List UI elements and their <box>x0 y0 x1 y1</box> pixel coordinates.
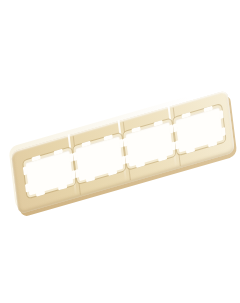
opening-notch <box>182 112 191 119</box>
opening-notch <box>154 120 163 127</box>
opening-notch <box>204 106 213 113</box>
frame-face <box>11 90 235 214</box>
product-photo <box>0 0 240 303</box>
opening-notch <box>186 147 195 154</box>
opening-notch <box>219 110 224 119</box>
opening-notch <box>23 166 28 175</box>
opening-notch <box>36 190 45 197</box>
opening-notch <box>136 162 145 169</box>
module-opening-1 <box>25 150 73 196</box>
opening-notch <box>221 127 226 136</box>
module-opening-3 <box>125 121 173 167</box>
module-opening-2 <box>75 135 123 181</box>
opening-notch <box>73 152 78 161</box>
module-opening-4 <box>175 107 223 153</box>
opening-notch <box>132 126 141 133</box>
opening-notch <box>54 149 63 156</box>
opening-notch <box>208 141 217 148</box>
opening-notch <box>108 170 117 177</box>
opening-notch <box>104 134 113 141</box>
opening-notch <box>25 183 30 192</box>
opening-notch <box>158 155 167 162</box>
opening-notch <box>32 155 41 162</box>
opening-notch <box>175 140 180 149</box>
opening-notch <box>86 176 95 183</box>
switch-frame-4gang <box>11 90 235 214</box>
opening-notch <box>125 155 130 164</box>
opening-notch <box>82 141 91 148</box>
opening-notch <box>123 138 128 147</box>
opening-notch <box>75 169 80 178</box>
opening-notch <box>58 184 67 191</box>
opening-notch <box>173 123 178 132</box>
